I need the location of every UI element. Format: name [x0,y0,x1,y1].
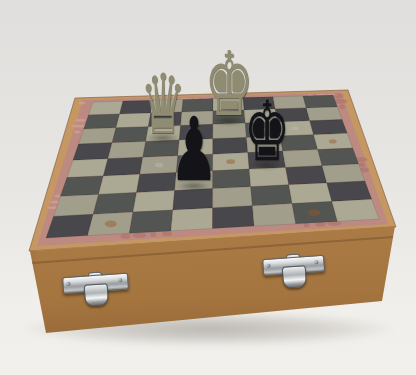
square-a4 [67,159,108,178]
latch-clasp [282,265,307,289]
square-h4 [318,148,359,166]
board-blemish-scuff [155,162,164,167]
square-h7 [306,107,342,121]
square-c1 [129,210,173,233]
marble-mottle [359,162,365,167]
front-left-latch [62,269,128,311]
piece-black-king-f4: ♚ [244,89,290,172]
square-e2 [213,187,253,208]
marble-mottle [76,119,86,122]
marble-mottle [79,101,85,104]
square-a2 [54,194,99,216]
marble-mottle [339,104,345,109]
photo-background: ♚♛♚♟ [0,0,416,375]
marble-mottle [132,233,146,238]
square-h8 [303,95,337,108]
square-a8 [89,101,124,115]
square-h2 [327,181,372,201]
square-g2 [289,183,332,204]
square-b3 [99,174,140,194]
marble-mottle [333,94,343,99]
square-h6 [310,120,347,135]
board-blemish-rust [329,139,337,143]
square-a7 [84,114,120,129]
marble-mottle [72,125,86,128]
square-f1 [252,204,295,227]
marble-mottle [162,231,172,236]
board-blemish-scuff [292,126,299,130]
board-blemish-rust [105,220,117,227]
square-c2 [133,191,175,213]
square-a6 [79,128,117,144]
latch-clasp [84,283,109,307]
board-blemish-rust [226,159,235,164]
front-right-latch [262,251,324,291]
marble-mottle [54,195,60,198]
board-blemish-rust [308,209,320,216]
square-a5 [73,143,112,161]
marble-mottle [120,234,130,239]
square-b4 [103,157,143,176]
square-a1 [46,214,93,238]
square-e1 [213,206,255,229]
marble-mottle [74,130,80,133]
square-h3 [322,164,365,183]
square-b2 [93,193,136,215]
square-f2 [251,185,292,206]
square-g3 [286,166,327,185]
piece-black-pawn-d3: ♟ [169,106,218,194]
square-h1 [332,199,379,221]
marble-mottle [150,232,156,237]
square-d1 [171,208,213,231]
square-a3 [60,176,103,196]
